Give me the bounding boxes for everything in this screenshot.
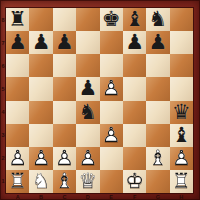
square-d7[interactable] — [76, 31, 99, 54]
square-f2[interactable] — [123, 147, 146, 170]
square-e3[interactable]: ♟♙ — [100, 124, 123, 147]
black-knight[interactable]: ♞ — [76, 101, 99, 124]
square-h6[interactable] — [170, 54, 193, 77]
square-h3[interactable]: ♝ — [170, 124, 193, 147]
square-c2[interactable]: ♟♙ — [53, 147, 76, 170]
file-label: E — [100, 193, 123, 200]
square-a8[interactable]: ♜ — [6, 8, 29, 31]
file-label: B — [29, 193, 52, 200]
square-e2[interactable] — [100, 147, 123, 170]
file-label: A — [6, 193, 29, 200]
square-c3[interactable] — [53, 124, 76, 147]
square-a2[interactable]: ♟♙ — [6, 147, 29, 170]
square-g7[interactable]: ♟ — [146, 31, 169, 54]
square-c1[interactable]: ♝♗ — [53, 170, 76, 193]
square-b5[interactable] — [29, 77, 52, 100]
black-pawn[interactable]: ♟ — [76, 77, 99, 100]
square-h7[interactable] — [170, 31, 193, 54]
white-rook[interactable]: ♜♖ — [6, 170, 29, 193]
square-g4[interactable] — [146, 101, 169, 124]
square-b7[interactable]: ♟ — [29, 31, 52, 54]
black-pawn[interactable]: ♟ — [146, 31, 169, 54]
square-c4[interactable] — [53, 101, 76, 124]
square-a4[interactable] — [6, 101, 29, 124]
square-c6[interactable] — [53, 54, 76, 77]
square-e1[interactable] — [100, 170, 123, 193]
white-bishop[interactable]: ♝♗ — [146, 147, 169, 170]
square-e4[interactable] — [100, 101, 123, 124]
square-f4[interactable] — [123, 101, 146, 124]
square-a6[interactable] — [6, 54, 29, 77]
square-h1[interactable]: ♜♖ — [170, 170, 193, 193]
square-b4[interactable] — [29, 101, 52, 124]
square-f7[interactable]: ♟ — [123, 31, 146, 54]
square-c8[interactable] — [53, 8, 76, 31]
square-f8[interactable]: ♝ — [123, 8, 146, 31]
black-bishop[interactable]: ♝ — [123, 8, 146, 31]
file-label: G — [146, 193, 169, 200]
square-g5[interactable] — [146, 77, 169, 100]
square-d5[interactable]: ♟ — [76, 77, 99, 100]
white-pawn[interactable]: ♟♙ — [100, 77, 123, 100]
square-d3[interactable] — [76, 124, 99, 147]
black-pawn[interactable]: ♟ — [53, 31, 76, 54]
file-labels: ABCDEFGH — [6, 193, 193, 200]
white-rook[interactable]: ♜♖ — [170, 170, 193, 193]
square-g2[interactable]: ♝♗ — [146, 147, 169, 170]
square-b2[interactable]: ♟♙ — [29, 147, 52, 170]
square-g8[interactable]: ♞ — [146, 8, 169, 31]
white-pawn[interactable]: ♟♙ — [6, 147, 29, 170]
file-label: C — [53, 193, 76, 200]
chess-board-diagram: 87654321 ♜♚♝♞♟♟♟♟♟♟♟♙♞♛♟♙♝♟♙♟♙♟♙♟♙♝♗♟♙♜♖… — [0, 0, 200, 200]
square-c7[interactable]: ♟ — [53, 31, 76, 54]
square-d4[interactable]: ♞ — [76, 101, 99, 124]
square-d2[interactable]: ♟♙ — [76, 147, 99, 170]
square-f3[interactable] — [123, 124, 146, 147]
black-pawn[interactable]: ♟ — [6, 31, 29, 54]
white-queen[interactable]: ♛♕ — [76, 170, 99, 193]
white-pawn[interactable]: ♟♙ — [53, 147, 76, 170]
file-label: H — [170, 193, 193, 200]
square-b1[interactable]: ♞♘ — [29, 170, 52, 193]
square-f6[interactable] — [123, 54, 146, 77]
file-label: D — [76, 193, 99, 200]
black-pawn[interactable]: ♟ — [29, 31, 52, 54]
square-d8[interactable] — [76, 8, 99, 31]
chess-board: ♜♚♝♞♟♟♟♟♟♟♟♙♞♛♟♙♝♟♙♟♙♟♙♟♙♝♗♟♙♜♖♞♘♝♗♛♕♚♔♜… — [6, 8, 193, 193]
white-bishop[interactable]: ♝♗ — [53, 170, 76, 193]
white-pawn[interactable]: ♟♙ — [29, 147, 52, 170]
black-king[interactable]: ♚ — [100, 8, 123, 31]
square-d6[interactable] — [76, 54, 99, 77]
black-rook[interactable]: ♜ — [6, 8, 29, 31]
square-e5[interactable]: ♟♙ — [100, 77, 123, 100]
square-f5[interactable] — [123, 77, 146, 100]
white-knight[interactable]: ♞♘ — [29, 170, 52, 193]
square-a1[interactable]: ♜♖ — [6, 170, 29, 193]
square-g6[interactable] — [146, 54, 169, 77]
black-pawn[interactable]: ♟ — [123, 31, 146, 54]
square-g3[interactable] — [146, 124, 169, 147]
square-e6[interactable] — [100, 54, 123, 77]
square-h8[interactable] — [170, 8, 193, 31]
square-a7[interactable]: ♟ — [6, 31, 29, 54]
white-pawn[interactable]: ♟♙ — [100, 124, 123, 147]
square-g1[interactable] — [146, 170, 169, 193]
white-pawn[interactable]: ♟♙ — [76, 147, 99, 170]
square-e7[interactable] — [100, 31, 123, 54]
square-b6[interactable] — [29, 54, 52, 77]
square-h5[interactable] — [170, 77, 193, 100]
square-b8[interactable] — [29, 8, 52, 31]
square-h2[interactable]: ♟♙ — [170, 147, 193, 170]
square-h4[interactable]: ♛ — [170, 101, 193, 124]
square-a5[interactable] — [6, 77, 29, 100]
square-a3[interactable] — [6, 124, 29, 147]
square-d1[interactable]: ♛♕ — [76, 170, 99, 193]
square-b3[interactable] — [29, 124, 52, 147]
white-king[interactable]: ♚♔ — [123, 170, 146, 193]
square-f1[interactable]: ♚♔ — [123, 170, 146, 193]
black-knight[interactable]: ♞ — [146, 8, 169, 31]
white-pawn[interactable]: ♟♙ — [170, 147, 193, 170]
square-e8[interactable]: ♚ — [100, 8, 123, 31]
black-bishop[interactable]: ♝ — [170, 124, 193, 147]
square-c5[interactable] — [53, 77, 76, 100]
file-label: F — [123, 193, 146, 200]
black-queen[interactable]: ♛ — [170, 101, 193, 124]
